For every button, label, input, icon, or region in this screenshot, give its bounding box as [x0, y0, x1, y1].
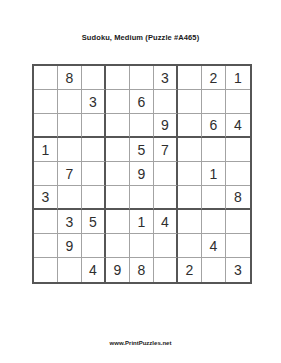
cell-r7c2: 3	[58, 210, 82, 234]
cell-r4c7	[178, 138, 202, 162]
cell-r6c2	[58, 186, 82, 210]
cell-r2c4	[106, 90, 130, 114]
cell-r9c4: 9	[106, 258, 130, 282]
cell-r8c8: 4	[202, 234, 226, 258]
cell-r4c1: 1	[34, 138, 58, 162]
cell-r7c8	[202, 210, 226, 234]
cell-r7c1	[34, 210, 58, 234]
cell-r8c4	[106, 234, 130, 258]
cell-r2c1	[34, 90, 58, 114]
cell-r2c6	[154, 90, 178, 114]
cell-r7c4	[106, 210, 130, 234]
cell-r5c4	[106, 162, 130, 186]
cell-r3c7	[178, 114, 202, 138]
cell-r9c1	[34, 258, 58, 282]
cell-r4c2	[58, 138, 82, 162]
cell-r8c6	[154, 234, 178, 258]
cell-r1c6: 3	[154, 66, 178, 90]
cell-r6c1: 3	[34, 186, 58, 210]
cell-r1c7	[178, 66, 202, 90]
cell-r3c2	[58, 114, 82, 138]
cell-r3c3	[82, 114, 106, 138]
cell-r4c8	[202, 138, 226, 162]
cell-r7c9	[226, 210, 250, 234]
cell-r3c5	[130, 114, 154, 138]
cell-r7c6: 4	[154, 210, 178, 234]
cell-r7c3: 5	[82, 210, 106, 234]
cell-r8c2: 9	[58, 234, 82, 258]
footer-url: www.PrintPuzzles.net	[0, 340, 281, 346]
cell-r9c9: 3	[226, 258, 250, 282]
cell-r3c1	[34, 114, 58, 138]
cell-r4c3	[82, 138, 106, 162]
cell-r3c4	[106, 114, 130, 138]
cell-r7c7	[178, 210, 202, 234]
cell-r9c2	[58, 258, 82, 282]
cell-r1c9: 1	[226, 66, 250, 90]
sudoku-board: 8321369641577913835149449823	[32, 64, 252, 284]
cell-r5c7	[178, 162, 202, 186]
cell-r9c6	[154, 258, 178, 282]
cell-r6c5	[130, 186, 154, 210]
cell-r2c5: 6	[130, 90, 154, 114]
cell-r9c5: 8	[130, 258, 154, 282]
cell-r8c5	[130, 234, 154, 258]
cell-r5c5: 9	[130, 162, 154, 186]
cell-r3c8: 6	[202, 114, 226, 138]
cell-r2c7	[178, 90, 202, 114]
puzzle-title: Sudoku, Medium (Puzzle #A465)	[0, 33, 281, 42]
cell-r9c7: 2	[178, 258, 202, 282]
cell-r8c7	[178, 234, 202, 258]
cell-r2c8	[202, 90, 226, 114]
cell-r2c9	[226, 90, 250, 114]
cell-r6c7	[178, 186, 202, 210]
cell-r9c3: 4	[82, 258, 106, 282]
cell-r6c4	[106, 186, 130, 210]
cell-r1c8: 2	[202, 66, 226, 90]
cell-r2c3: 3	[82, 90, 106, 114]
cell-r8c3	[82, 234, 106, 258]
cell-r9c8	[202, 258, 226, 282]
cell-r1c4	[106, 66, 130, 90]
cell-r1c5	[130, 66, 154, 90]
cell-r5c9	[226, 162, 250, 186]
cell-r5c6	[154, 162, 178, 186]
cell-r5c2: 7	[58, 162, 82, 186]
cell-r8c1	[34, 234, 58, 258]
cell-r3c6: 9	[154, 114, 178, 138]
sudoku-page: Sudoku, Medium (Puzzle #A465) 8321369641…	[0, 0, 281, 363]
cell-r1c1	[34, 66, 58, 90]
cell-r4c4	[106, 138, 130, 162]
cell-r4c6: 7	[154, 138, 178, 162]
cell-r5c8: 1	[202, 162, 226, 186]
cell-r3c9: 4	[226, 114, 250, 138]
cell-r2c2	[58, 90, 82, 114]
cell-r1c3	[82, 66, 106, 90]
cell-r4c5: 5	[130, 138, 154, 162]
cell-r1c2: 8	[58, 66, 82, 90]
cell-r8c9	[226, 234, 250, 258]
cell-r6c6	[154, 186, 178, 210]
cell-r5c1	[34, 162, 58, 186]
cell-r4c9	[226, 138, 250, 162]
cell-r7c5: 1	[130, 210, 154, 234]
cell-r6c9: 8	[226, 186, 250, 210]
cell-r5c3	[82, 162, 106, 186]
cell-r6c3	[82, 186, 106, 210]
cell-r6c8	[202, 186, 226, 210]
